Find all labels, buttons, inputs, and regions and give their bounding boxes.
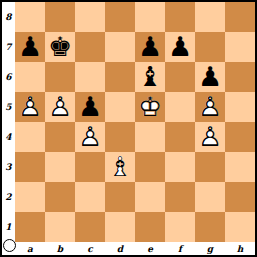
square-f7[interactable]: ♟: [165, 32, 195, 62]
file-labels: abcdefgh: [15, 242, 255, 255]
file-label-h: h: [225, 242, 255, 255]
white-pawn-outline: ♙: [15, 92, 45, 122]
white-pawn[interactable]: ♟♙: [195, 122, 225, 152]
square-e4[interactable]: [135, 122, 165, 152]
square-h3[interactable]: [225, 152, 255, 182]
white-to-move-indicator: [3, 239, 16, 252]
rank-label-1: 1: [2, 212, 15, 242]
square-h7[interactable]: [225, 32, 255, 62]
black-pawn-glyph: ♟: [15, 32, 45, 62]
square-d2[interactable]: [105, 182, 135, 212]
white-king[interactable]: ♚♔: [135, 92, 165, 122]
file-label-f: f: [165, 242, 195, 255]
square-e3[interactable]: [135, 152, 165, 182]
square-b2[interactable]: [45, 182, 75, 212]
square-c4[interactable]: ♟♙: [75, 122, 105, 152]
square-a1[interactable]: [15, 212, 45, 242]
black-bishop-glyph: ♝: [135, 62, 165, 92]
square-d7[interactable]: [105, 32, 135, 62]
square-f5[interactable]: [165, 92, 195, 122]
rank-label-3: 3: [2, 152, 15, 182]
black-pawn[interactable]: ♟: [15, 32, 45, 62]
square-g7[interactable]: [195, 32, 225, 62]
black-pawn[interactable]: ♟: [165, 32, 195, 62]
black-pawn-glyph: ♟: [135, 32, 165, 62]
black-pawn-glyph: ♟: [75, 92, 105, 122]
black-pawn[interactable]: ♟: [135, 32, 165, 62]
square-b6[interactable]: [45, 62, 75, 92]
white-pawn[interactable]: ♟♙: [195, 92, 225, 122]
rank-label-8: 8: [2, 2, 15, 32]
square-b1[interactable]: [45, 212, 75, 242]
square-b7[interactable]: ♚: [45, 32, 75, 62]
black-king[interactable]: ♚: [45, 32, 75, 62]
white-bishop[interactable]: ♝♗: [105, 152, 135, 182]
square-a3[interactable]: [15, 152, 45, 182]
square-c8[interactable]: [75, 2, 105, 32]
square-a5[interactable]: ♟♙: [15, 92, 45, 122]
square-f4[interactable]: [165, 122, 195, 152]
black-pawn-glyph: ♟: [165, 32, 195, 62]
square-d3[interactable]: ♝♗: [105, 152, 135, 182]
square-g4[interactable]: ♟♙: [195, 122, 225, 152]
square-d6[interactable]: [105, 62, 135, 92]
white-pawn-outline: ♙: [195, 92, 225, 122]
square-g8[interactable]: [195, 2, 225, 32]
square-d1[interactable]: [105, 212, 135, 242]
file-label-g: g: [195, 242, 225, 255]
square-d5[interactable]: [105, 92, 135, 122]
board: ♟♚♟♟♝♟♟♙♟♙♟♚♔♟♙♟♙♟♙♝♗: [15, 2, 255, 242]
square-g3[interactable]: [195, 152, 225, 182]
square-e5[interactable]: ♚♔: [135, 92, 165, 122]
square-f2[interactable]: [165, 182, 195, 212]
square-c3[interactable]: [75, 152, 105, 182]
square-g6[interactable]: ♟: [195, 62, 225, 92]
square-h8[interactable]: [225, 2, 255, 32]
square-c7[interactable]: [75, 32, 105, 62]
square-g5[interactable]: ♟♙: [195, 92, 225, 122]
file-label-a: a: [15, 242, 45, 255]
file-label-d: d: [105, 242, 135, 255]
white-king-outline: ♔: [135, 92, 165, 122]
square-b3[interactable]: [45, 152, 75, 182]
rank-label-4: 4: [2, 122, 15, 152]
square-c1[interactable]: [75, 212, 105, 242]
square-g2[interactable]: [195, 182, 225, 212]
file-label-e: e: [135, 242, 165, 255]
chess-diagram: 87654321 ♟♚♟♟♝♟♟♙♟♙♟♚♔♟♙♟♙♟♙♝♗ abcdefgh: [0, 0, 257, 257]
square-h1[interactable]: [225, 212, 255, 242]
square-d8[interactable]: [105, 2, 135, 32]
file-label-b: b: [45, 242, 75, 255]
square-e8[interactable]: [135, 2, 165, 32]
rank-label-7: 7: [2, 32, 15, 62]
square-h2[interactable]: [225, 182, 255, 212]
square-a6[interactable]: [15, 62, 45, 92]
file-label-c: c: [75, 242, 105, 255]
square-b4[interactable]: [45, 122, 75, 152]
white-pawn[interactable]: ♟♙: [75, 122, 105, 152]
white-pawn[interactable]: ♟♙: [15, 92, 45, 122]
square-a8[interactable]: [15, 2, 45, 32]
square-a4[interactable]: [15, 122, 45, 152]
square-f8[interactable]: [165, 2, 195, 32]
square-g1[interactable]: [195, 212, 225, 242]
square-h6[interactable]: [225, 62, 255, 92]
square-e7[interactable]: ♟: [135, 32, 165, 62]
square-a7[interactable]: ♟: [15, 32, 45, 62]
square-h5[interactable]: [225, 92, 255, 122]
black-pawn[interactable]: ♟: [75, 92, 105, 122]
square-c2[interactable]: [75, 182, 105, 212]
rank-label-2: 2: [2, 182, 15, 212]
square-b8[interactable]: [45, 2, 75, 32]
square-a2[interactable]: [15, 182, 45, 212]
square-e1[interactable]: [135, 212, 165, 242]
square-e2[interactable]: [135, 182, 165, 212]
square-e6[interactable]: ♝: [135, 62, 165, 92]
square-f1[interactable]: [165, 212, 195, 242]
square-c6[interactable]: [75, 62, 105, 92]
white-pawn-outline: ♙: [195, 122, 225, 152]
black-bishop[interactable]: ♝: [135, 62, 165, 92]
square-d4[interactable]: [105, 122, 135, 152]
square-h4[interactable]: [225, 122, 255, 152]
black-pawn-glyph: ♟: [195, 62, 225, 92]
white-pawn-outline: ♙: [75, 122, 105, 152]
black-king-glyph: ♚: [45, 32, 75, 62]
square-f6[interactable]: [165, 62, 195, 92]
square-c5[interactable]: ♟: [75, 92, 105, 122]
white-pawn-outline: ♙: [45, 92, 75, 122]
rank-label-6: 6: [2, 62, 15, 92]
rank-label-5: 5: [2, 92, 15, 122]
white-pawn[interactable]: ♟♙: [45, 92, 75, 122]
black-pawn[interactable]: ♟: [195, 62, 225, 92]
rank-labels: 87654321: [2, 2, 15, 242]
square-f3[interactable]: [165, 152, 195, 182]
square-b5[interactable]: ♟♙: [45, 92, 75, 122]
white-bishop-outline: ♗: [105, 152, 135, 182]
